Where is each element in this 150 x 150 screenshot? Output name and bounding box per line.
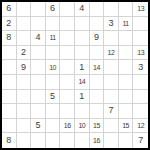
- cell-r6c8[interactable]: [104, 75, 119, 90]
- cell-r2c7[interactable]: [90, 17, 105, 32]
- cell-r4c7[interactable]: [90, 46, 105, 61]
- cell-r5c2[interactable]: 9: [17, 60, 32, 75]
- cell-r9c10[interactable]: 12: [133, 119, 148, 134]
- cell-r7c1[interactable]: [2, 90, 17, 105]
- cell-r8c3[interactable]: [31, 104, 46, 119]
- cell-r6c4[interactable]: [46, 75, 61, 90]
- cell-r9c4[interactable]: [46, 119, 61, 134]
- cell-r1c9[interactable]: [119, 2, 134, 17]
- given-digit: 5: [50, 92, 55, 101]
- cell-r10c9[interactable]: [119, 133, 134, 148]
- given-digit: 7: [138, 136, 143, 145]
- cell-r7c8[interactable]: [104, 90, 119, 105]
- given-digit: 2: [6, 19, 11, 28]
- cell-r1c4[interactable]: 6: [46, 2, 61, 17]
- given-digit: 12: [137, 122, 144, 129]
- cell-r2c4[interactable]: [46, 17, 61, 32]
- given-digit: 9: [94, 33, 99, 42]
- given-digit: 8: [6, 136, 11, 145]
- given-digit: 1: [79, 92, 84, 101]
- cell-r2c10[interactable]: [133, 17, 148, 32]
- cell-r1c8[interactable]: [104, 2, 119, 17]
- cell-r1c2[interactable]: [17, 2, 32, 17]
- given-digit: 15: [93, 122, 100, 129]
- cell-r8c9[interactable]: [119, 104, 134, 119]
- given-digit: 8: [6, 33, 11, 42]
- given-digit: 14: [93, 64, 100, 71]
- cell-r4c3[interactable]: [31, 46, 46, 61]
- cell-r7c2[interactable]: [17, 90, 32, 105]
- cell-r4c2[interactable]: 2: [17, 46, 32, 61]
- cell-r9c8[interactable]: [104, 119, 119, 134]
- given-digit: 3: [138, 63, 143, 72]
- cell-r1c10[interactable]: 13: [133, 2, 148, 17]
- given-digit: 9: [21, 63, 26, 72]
- given-digit: 10: [78, 122, 85, 129]
- cell-r4c5[interactable]: [60, 46, 75, 61]
- given-digit: 6: [6, 4, 11, 13]
- cell-r3c8[interactable]: [104, 31, 119, 46]
- cell-r5c3[interactable]: [31, 60, 46, 75]
- cell-r10c10[interactable]: 7: [133, 133, 148, 148]
- given-digit: 11: [122, 20, 128, 27]
- cell-r2c6[interactable]: [75, 17, 90, 32]
- given-digit: 16: [64, 122, 71, 129]
- given-digit: 1: [79, 63, 84, 72]
- cell-r5c10[interactable]: 3: [133, 60, 148, 75]
- cell-r3c7[interactable]: 9: [90, 31, 105, 46]
- cell-r3c4[interactable]: 11: [46, 31, 61, 46]
- cell-r6c3[interactable]: [31, 75, 46, 90]
- cell-r3c6[interactable]: [75, 31, 90, 46]
- cell-r2c1[interactable]: 2: [2, 17, 17, 32]
- cell-r4c10[interactable]: 13: [133, 46, 148, 61]
- cell-r6c2[interactable]: [17, 75, 32, 90]
- cell-r5c7[interactable]: 14: [90, 60, 105, 75]
- cell-r10c8[interactable]: [104, 133, 119, 148]
- cell-r5c1[interactable]: [2, 60, 17, 75]
- cell-r8c1[interactable]: [2, 104, 17, 119]
- cell-r1c1[interactable]: 6: [2, 2, 17, 17]
- cell-r3c3[interactable]: 4: [31, 31, 46, 46]
- cell-r8c6[interactable]: [75, 104, 90, 119]
- cell-r8c7[interactable]: [90, 104, 105, 119]
- cell-r6c9[interactable]: [119, 75, 134, 90]
- cell-r5c4[interactable]: 10: [46, 60, 61, 75]
- cell-r9c6[interactable]: 10: [75, 119, 90, 134]
- cell-r6c6[interactable]: 14: [75, 75, 90, 90]
- cell-r8c5[interactable]: [60, 104, 75, 119]
- cell-r10c3[interactable]: [31, 133, 46, 148]
- cell-r5c8[interactable]: [104, 60, 119, 75]
- cell-r10c7[interactable]: 16: [90, 133, 105, 148]
- cell-r7c7[interactable]: [90, 90, 105, 105]
- cell-r8c8[interactable]: 7: [104, 104, 119, 119]
- cell-r2c5[interactable]: [60, 17, 75, 32]
- cell-r9c2[interactable]: [17, 119, 32, 134]
- cell-r7c4[interactable]: 5: [46, 90, 61, 105]
- given-digit: 4: [79, 4, 84, 13]
- cell-r2c8[interactable]: 3: [104, 17, 119, 32]
- cell-r7c10[interactable]: [133, 90, 148, 105]
- cell-r10c1[interactable]: 8: [2, 133, 17, 148]
- cell-r8c10[interactable]: [133, 104, 148, 119]
- given-digit: 7: [108, 106, 113, 115]
- cell-r7c6[interactable]: 1: [75, 90, 90, 105]
- cell-r7c9[interactable]: [119, 90, 134, 105]
- given-digit: 5: [35, 121, 40, 130]
- given-digit: 6: [50, 4, 55, 13]
- cell-r2c3[interactable]: [31, 17, 46, 32]
- cell-r2c9[interactable]: 11: [119, 17, 134, 32]
- cell-r6c7[interactable]: [90, 75, 105, 90]
- cell-r4c4[interactable]: [46, 46, 61, 61]
- cell-r8c4[interactable]: [46, 104, 61, 119]
- cell-r2c2[interactable]: [17, 17, 32, 32]
- cell-r5c9[interactable]: [119, 60, 134, 75]
- cell-r6c10[interactable]: [133, 75, 148, 90]
- given-digit: 2: [21, 48, 26, 57]
- cell-r10c4[interactable]: [46, 133, 61, 148]
- sudoku-board: 6641323118411921213910114314517516101515…: [0, 0, 150, 150]
- cell-r1c6[interactable]: 4: [75, 2, 90, 17]
- given-digit: 11: [49, 34, 55, 41]
- cell-r8c2[interactable]: [17, 104, 32, 119]
- given-digit: 4: [35, 33, 40, 42]
- cell-r9c5[interactable]: 16: [60, 119, 75, 134]
- cell-r9c1[interactable]: [2, 119, 17, 134]
- cell-r3c10[interactable]: [133, 31, 148, 46]
- cell-r4c1[interactable]: [2, 46, 17, 61]
- cell-r1c5[interactable]: [60, 2, 75, 17]
- given-digit: 13: [137, 49, 144, 56]
- given-digit: 10: [49, 64, 56, 71]
- cell-r10c6[interactable]: [75, 133, 90, 148]
- cell-r9c3[interactable]: 5: [31, 119, 46, 134]
- given-digit: 13: [137, 5, 144, 12]
- cell-r4c8[interactable]: 12: [104, 46, 119, 61]
- cell-r5c6[interactable]: 1: [75, 60, 90, 75]
- cell-r10c5[interactable]: [60, 133, 75, 148]
- cell-r9c9[interactable]: 15: [119, 119, 134, 134]
- cell-r1c3[interactable]: [31, 2, 46, 17]
- cell-r6c1[interactable]: [2, 75, 17, 90]
- given-digit: 15: [122, 122, 129, 129]
- given-digit: 16: [93, 137, 100, 144]
- cell-r7c5[interactable]: [60, 90, 75, 105]
- cell-r3c9[interactable]: [119, 31, 134, 46]
- cell-r6c5[interactable]: [60, 75, 75, 90]
- cell-r9c7[interactable]: 15: [90, 119, 105, 134]
- cell-r4c6[interactable]: [75, 46, 90, 61]
- cell-r3c5[interactable]: [60, 31, 75, 46]
- cell-r10c2[interactable]: [17, 133, 32, 148]
- given-digit: 3: [108, 19, 113, 28]
- given-digit: 12: [108, 49, 115, 56]
- cell-r7c3[interactable]: [31, 90, 46, 105]
- cell-r3c2[interactable]: [17, 31, 32, 46]
- cell-r3c1[interactable]: 8: [2, 31, 17, 46]
- cell-r1c7[interactable]: [90, 2, 105, 17]
- given-digit: 14: [78, 78, 85, 85]
- cell-r5c5[interactable]: [60, 60, 75, 75]
- cell-r4c9[interactable]: [119, 46, 134, 61]
